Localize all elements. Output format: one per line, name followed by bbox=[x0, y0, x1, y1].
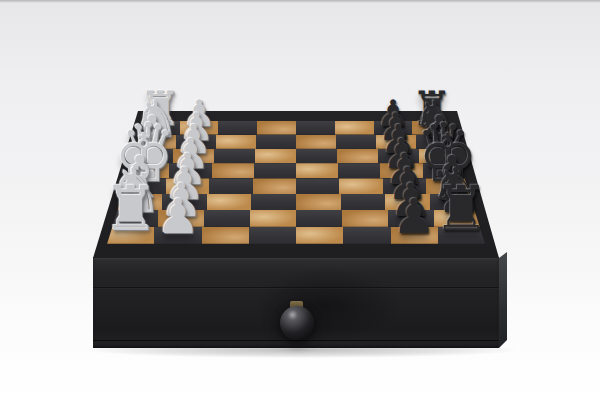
piece-black-pawn[interactable]: ♟ bbox=[393, 192, 436, 240]
piece-white-pawn[interactable]: ♟ bbox=[156, 192, 199, 240]
piece-black-rook[interactable]: ♜ bbox=[434, 178, 490, 240]
piece-white-rook[interactable]: ♜ bbox=[103, 178, 159, 240]
pieces-layer: ♜♟♟♜♞♟♟♞♝♟♟♝♛♟♟♛♚♟♟♚♝♟♟♝♞♟♟♞♜♟♟♜ bbox=[0, 0, 600, 400]
chess-set-photo: ♜♟♟♜♞♟♟♞♝♟♟♝♛♟♟♛♚♟♟♚♝♟♟♝♞♟♟♞♜♟♟♜ bbox=[0, 0, 600, 400]
